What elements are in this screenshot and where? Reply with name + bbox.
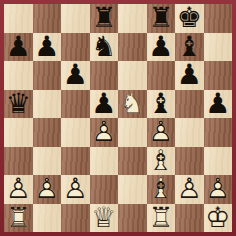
square-g5[interactable] xyxy=(175,90,204,119)
white-pawn-fill: ♟ xyxy=(33,175,62,204)
black-pawn: ♟ xyxy=(33,33,62,62)
white-pawn-fill: ♟ xyxy=(147,118,176,147)
white-king: ♔ xyxy=(204,204,233,233)
white-pawn-fill: ♟ xyxy=(204,175,233,204)
black-queen: ♛ xyxy=(4,90,33,119)
black-pawn: ♟ xyxy=(204,90,233,119)
white-bishop: ♗ xyxy=(147,175,176,204)
square-a6[interactable] xyxy=(4,61,33,90)
black-rook: ♜ xyxy=(90,4,119,33)
square-g4[interactable] xyxy=(175,118,204,147)
white-rook: ♖ xyxy=(147,204,176,233)
square-b1[interactable] xyxy=(33,204,62,233)
square-a1[interactable]: ♜♖ xyxy=(4,204,33,233)
white-pawn-fill: ♟ xyxy=(4,175,33,204)
square-e5[interactable]: ♞♘ xyxy=(118,90,147,119)
white-pawn: ♙ xyxy=(4,175,33,204)
square-a2[interactable]: ♟♙ xyxy=(4,175,33,204)
white-queen: ♕ xyxy=(90,204,119,233)
square-c4[interactable] xyxy=(61,118,90,147)
square-g6[interactable]: ♟ xyxy=(175,61,204,90)
square-e7[interactable] xyxy=(118,33,147,62)
square-h5[interactable]: ♟ xyxy=(204,90,233,119)
square-e4[interactable] xyxy=(118,118,147,147)
chess-board-frame: ♜♜♚♟♟♞♟♝♟♟♛♟♞♘♝♟♟♙♟♙♝♗♟♙♟♙♟♙♝♗♟♙♟♙♜♖♛♕♜♖… xyxy=(0,0,236,236)
square-d7[interactable]: ♞ xyxy=(90,33,119,62)
square-b4[interactable] xyxy=(33,118,62,147)
black-knight: ♞ xyxy=(90,33,119,62)
white-pawn: ♙ xyxy=(175,175,204,204)
white-pawn-fill: ♟ xyxy=(90,118,119,147)
white-knight: ♘ xyxy=(118,90,147,119)
black-pawn: ♟ xyxy=(61,61,90,90)
square-c1[interactable] xyxy=(61,204,90,233)
white-pawn-fill: ♟ xyxy=(175,175,204,204)
square-c7[interactable] xyxy=(61,33,90,62)
white-pawn: ♙ xyxy=(61,175,90,204)
black-pawn: ♟ xyxy=(175,61,204,90)
square-c8[interactable] xyxy=(61,4,90,33)
square-h8[interactable] xyxy=(204,4,233,33)
square-d3[interactable] xyxy=(90,147,119,176)
square-h6[interactable] xyxy=(204,61,233,90)
square-f3[interactable]: ♝♗ xyxy=(147,147,176,176)
square-f1[interactable]: ♜♖ xyxy=(147,204,176,233)
square-b3[interactable] xyxy=(33,147,62,176)
square-g3[interactable] xyxy=(175,147,204,176)
white-bishop-fill: ♝ xyxy=(147,175,176,204)
square-b6[interactable] xyxy=(33,61,62,90)
white-bishop: ♗ xyxy=(147,147,176,176)
white-pawn-fill: ♟ xyxy=(61,175,90,204)
square-d4[interactable]: ♟♙ xyxy=(90,118,119,147)
white-queen-fill: ♛ xyxy=(90,204,119,233)
black-bishop: ♝ xyxy=(147,90,176,119)
white-pawn: ♙ xyxy=(204,175,233,204)
black-rook: ♜ xyxy=(147,4,176,33)
square-c2[interactable]: ♟♙ xyxy=(61,175,90,204)
white-pawn: ♙ xyxy=(33,175,62,204)
square-f5[interactable]: ♝ xyxy=(147,90,176,119)
white-rook: ♖ xyxy=(4,204,33,233)
square-h1[interactable]: ♚♔ xyxy=(204,204,233,233)
white-pawn: ♙ xyxy=(90,118,119,147)
white-knight-fill: ♞ xyxy=(118,90,147,119)
black-pawn: ♟ xyxy=(90,90,119,119)
square-h4[interactable] xyxy=(204,118,233,147)
black-bishop: ♝ xyxy=(175,33,204,62)
square-d5[interactable]: ♟ xyxy=(90,90,119,119)
square-f6[interactable] xyxy=(147,61,176,90)
square-h3[interactable] xyxy=(204,147,233,176)
square-e1[interactable] xyxy=(118,204,147,233)
white-bishop-fill: ♝ xyxy=(147,147,176,176)
square-a4[interactable] xyxy=(4,118,33,147)
white-king-fill: ♚ xyxy=(204,204,233,233)
square-a3[interactable] xyxy=(4,147,33,176)
square-g1[interactable] xyxy=(175,204,204,233)
square-f8[interactable]: ♜ xyxy=(147,4,176,33)
square-d8[interactable]: ♜ xyxy=(90,4,119,33)
square-b5[interactable] xyxy=(33,90,62,119)
square-b2[interactable]: ♟♙ xyxy=(33,175,62,204)
square-g7[interactable]: ♝ xyxy=(175,33,204,62)
square-e2[interactable] xyxy=(118,175,147,204)
square-c5[interactable] xyxy=(61,90,90,119)
square-c6[interactable]: ♟ xyxy=(61,61,90,90)
square-g8[interactable]: ♚ xyxy=(175,4,204,33)
square-b7[interactable]: ♟ xyxy=(33,33,62,62)
black-pawn: ♟ xyxy=(4,33,33,62)
square-f4[interactable]: ♟♙ xyxy=(147,118,176,147)
white-rook-fill: ♜ xyxy=(147,204,176,233)
square-d1[interactable]: ♛♕ xyxy=(90,204,119,233)
black-pawn: ♟ xyxy=(147,33,176,62)
white-rook-fill: ♜ xyxy=(4,204,33,233)
square-d2[interactable] xyxy=(90,175,119,204)
square-f7[interactable]: ♟ xyxy=(147,33,176,62)
square-e3[interactable] xyxy=(118,147,147,176)
square-c3[interactable] xyxy=(61,147,90,176)
square-e8[interactable] xyxy=(118,4,147,33)
square-b8[interactable] xyxy=(33,4,62,33)
square-d6[interactable] xyxy=(90,61,119,90)
white-pawn: ♙ xyxy=(147,118,176,147)
square-f2[interactable]: ♝♗ xyxy=(147,175,176,204)
square-h2[interactable]: ♟♙ xyxy=(204,175,233,204)
square-a5[interactable]: ♛ xyxy=(4,90,33,119)
square-e6[interactable] xyxy=(118,61,147,90)
square-a7[interactable]: ♟ xyxy=(4,33,33,62)
square-h7[interactable] xyxy=(204,33,233,62)
black-king: ♚ xyxy=(175,4,204,33)
square-a8[interactable] xyxy=(4,4,33,33)
square-g2[interactable]: ♟♙ xyxy=(175,175,204,204)
chess-board: ♜♜♚♟♟♞♟♝♟♟♛♟♞♘♝♟♟♙♟♙♝♗♟♙♟♙♟♙♝♗♟♙♟♙♜♖♛♕♜♖… xyxy=(4,4,232,232)
